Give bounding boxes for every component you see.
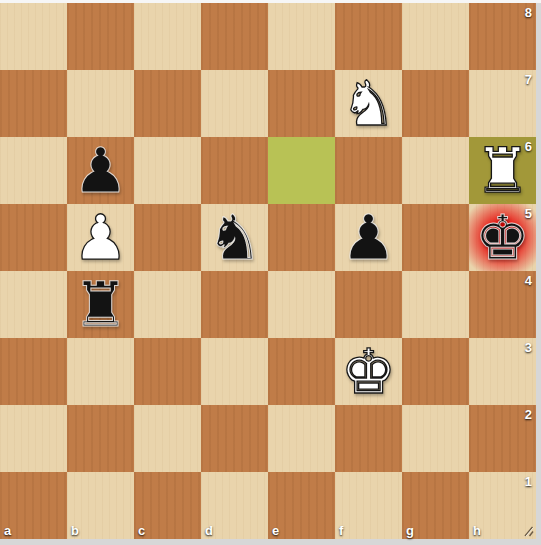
- square-h6[interactable]: ♜6: [469, 137, 536, 204]
- square-c7[interactable]: [134, 70, 201, 137]
- white-knight[interactable]: ♞: [341, 73, 397, 135]
- square-b6[interactable]: ♟: [67, 137, 134, 204]
- square-h3[interactable]: 3: [469, 338, 536, 405]
- square-f1[interactable]: f: [335, 472, 402, 539]
- square-a2[interactable]: [0, 405, 67, 472]
- square-e7[interactable]: [268, 70, 335, 137]
- white-pawn[interactable]: ♟: [73, 207, 129, 269]
- square-f7[interactable]: ♞: [335, 70, 402, 137]
- rank-label-8: 8: [525, 6, 532, 19]
- rank-label-4: 4: [525, 274, 532, 287]
- square-h7[interactable]: 7: [469, 70, 536, 137]
- square-c3[interactable]: [134, 338, 201, 405]
- square-c6[interactable]: [134, 137, 201, 204]
- square-d2[interactable]: [201, 405, 268, 472]
- square-a5[interactable]: [0, 204, 67, 271]
- white-rook[interactable]: ♜: [475, 140, 531, 202]
- file-label-b: b: [71, 524, 79, 537]
- square-e4[interactable]: [268, 271, 335, 338]
- square-c2[interactable]: [134, 405, 201, 472]
- square-d4[interactable]: [201, 271, 268, 338]
- square-g7[interactable]: [402, 70, 469, 137]
- file-label-g: g: [406, 524, 414, 537]
- square-d6[interactable]: [201, 137, 268, 204]
- square-d7[interactable]: [201, 70, 268, 137]
- square-a8[interactable]: [0, 3, 67, 70]
- square-b5[interactable]: ♟: [67, 204, 134, 271]
- file-label-d: d: [205, 524, 213, 537]
- chess-board-page: 8♞7♟♜6♟♞♟♚5♜4♚32abcdefg1h: [0, 0, 541, 545]
- square-b7[interactable]: [67, 70, 134, 137]
- square-e3[interactable]: [268, 338, 335, 405]
- square-g6[interactable]: [402, 137, 469, 204]
- square-b1[interactable]: b: [67, 472, 134, 539]
- square-g1[interactable]: g: [402, 472, 469, 539]
- square-f2[interactable]: [335, 405, 402, 472]
- rank-label-7: 7: [525, 73, 532, 86]
- square-a7[interactable]: [0, 70, 67, 137]
- black-rook[interactable]: ♜: [73, 274, 129, 336]
- square-a3[interactable]: [0, 338, 67, 405]
- square-d8[interactable]: [201, 3, 268, 70]
- square-h5[interactable]: ♚5: [469, 204, 536, 271]
- white-king[interactable]: ♚: [341, 341, 397, 403]
- square-e8[interactable]: [268, 3, 335, 70]
- black-pawn[interactable]: ♟: [341, 207, 397, 269]
- square-g4[interactable]: [402, 271, 469, 338]
- file-label-c: c: [138, 524, 145, 537]
- square-d1[interactable]: d: [201, 472, 268, 539]
- square-b4[interactable]: ♜: [67, 271, 134, 338]
- square-c8[interactable]: [134, 3, 201, 70]
- square-a1[interactable]: a: [0, 472, 67, 539]
- square-e1[interactable]: e: [268, 472, 335, 539]
- square-g2[interactable]: [402, 405, 469, 472]
- square-h2[interactable]: 2: [469, 405, 536, 472]
- rank-label-1: 1: [525, 475, 532, 488]
- square-h8[interactable]: 8: [469, 3, 536, 70]
- square-c5[interactable]: [134, 204, 201, 271]
- square-d5[interactable]: ♞: [201, 204, 268, 271]
- square-a6[interactable]: [0, 137, 67, 204]
- square-g8[interactable]: [402, 3, 469, 70]
- square-g3[interactable]: [402, 338, 469, 405]
- resize-handle-icon[interactable]: [522, 525, 534, 537]
- file-label-f: f: [339, 524, 343, 537]
- chess-board: 8♞7♟♜6♟♞♟♚5♜4♚32abcdefg1h: [0, 3, 536, 539]
- rank-label-3: 3: [525, 341, 532, 354]
- square-c4[interactable]: [134, 271, 201, 338]
- black-pawn[interactable]: ♟: [73, 140, 129, 202]
- square-g5[interactable]: [402, 204, 469, 271]
- square-f3[interactable]: ♚: [335, 338, 402, 405]
- file-label-a: a: [4, 524, 11, 537]
- square-d3[interactable]: [201, 338, 268, 405]
- rank-label-2: 2: [525, 408, 532, 421]
- square-e2[interactable]: [268, 405, 335, 472]
- black-knight[interactable]: ♞: [207, 207, 263, 269]
- square-a4[interactable]: [0, 271, 67, 338]
- black-king[interactable]: ♚: [475, 207, 531, 269]
- square-f5[interactable]: ♟: [335, 204, 402, 271]
- square-e5[interactable]: [268, 204, 335, 271]
- file-label-h: h: [473, 524, 481, 537]
- square-f6[interactable]: [335, 137, 402, 204]
- square-c1[interactable]: c: [134, 472, 201, 539]
- square-f4[interactable]: [335, 271, 402, 338]
- square-b2[interactable]: [67, 405, 134, 472]
- square-b3[interactable]: [67, 338, 134, 405]
- square-h4[interactable]: 4: [469, 271, 536, 338]
- square-b8[interactable]: [67, 3, 134, 70]
- file-label-e: e: [272, 524, 279, 537]
- square-e6[interactable]: [268, 137, 335, 204]
- square-f8[interactable]: [335, 3, 402, 70]
